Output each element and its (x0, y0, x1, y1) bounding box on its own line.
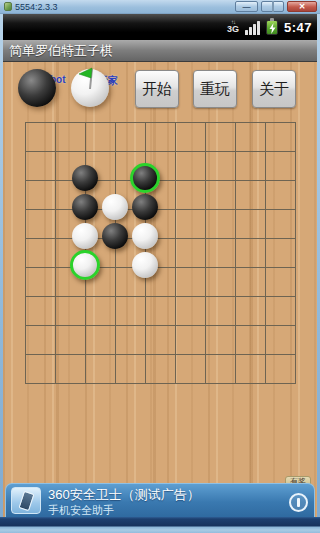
start-button[interactable]: 开始 (135, 70, 179, 108)
battery-icon (266, 20, 278, 35)
network-3g-icon: ↑↓ 3G (227, 20, 239, 34)
ad-app-icon (11, 487, 41, 514)
white-stone (132, 252, 158, 278)
maximize-icon (272, 1, 274, 12)
ad-text-block: 360安全卫士（测试广告） 手机安全助手 (48, 487, 282, 517)
app-title: 简单罗伯特五子棋 (9, 43, 113, 58)
close-button[interactable]: ✕ (287, 1, 317, 12)
signal-strength-icon (245, 20, 260, 35)
black-stone (132, 194, 158, 220)
network-type-label: 3G (227, 25, 239, 34)
phone-icon (18, 491, 34, 512)
app-titlebar: 简单罗伯特五子棋 (3, 40, 317, 62)
replay-button[interactable]: 重玩 (193, 70, 237, 108)
android-screen: ↑↓ 3G 5:47 简单罗伯特五子棋 robot 玩家 (3, 14, 317, 517)
robot-avatar-black-stone (18, 69, 56, 107)
about-button[interactable]: 关于 (252, 70, 296, 108)
black-stone (102, 223, 128, 249)
ad-banner[interactable]: 360安全卫士（测试广告） 手机安全助手 (5, 483, 315, 517)
white-stone (102, 194, 128, 220)
maximize-button[interactable] (261, 1, 284, 12)
minimize-button[interactable]: — (235, 1, 258, 12)
emulator-window: 5554:2.3.3 — ✕ ↑↓ 3G 5:47 简单罗伯特五子棋 (0, 0, 320, 533)
white-stone (132, 223, 158, 249)
android-statusbar: ↑↓ 3G 5:47 (3, 14, 317, 40)
board[interactable] (25, 122, 296, 384)
black-stone (72, 165, 98, 191)
ad-subtitle: 手机安全助手 (48, 503, 282, 517)
window-title: 5554:2.3.3 (15, 0, 58, 14)
game-area: robot 玩家 开始 重玩 关于 有奖 360安全卫士（测试广告） 手机安全助… (3, 62, 317, 517)
white-stone-last-move (70, 250, 100, 280)
black-stone-last-move (130, 163, 160, 193)
black-stone (72, 194, 98, 220)
white-stone (72, 223, 98, 249)
ad-title: 360安全卫士（测试广告） (48, 487, 282, 503)
emulator-icon (4, 2, 12, 11)
ad-download-button[interactable] (289, 493, 308, 512)
window-titlebar: 5554:2.3.3 — ✕ (0, 0, 320, 14)
turn-flag-icon (76, 66, 100, 92)
ad-download-icon (297, 498, 300, 507)
status-clock: 5:47 (284, 20, 312, 35)
charging-bolt-icon (269, 23, 276, 34)
window-bottom-frame (0, 517, 320, 533)
